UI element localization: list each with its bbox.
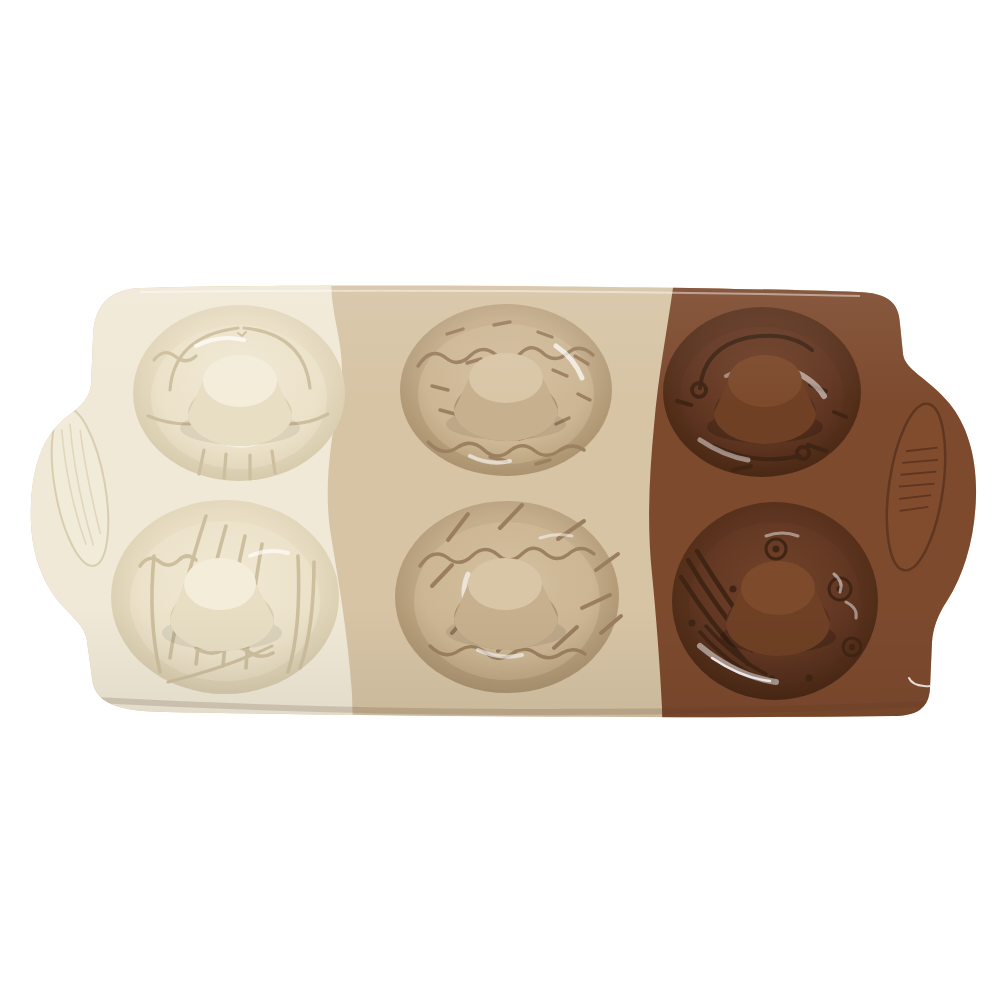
lighting-sheen (0, 260, 1000, 740)
donut-mold-illustration (0, 0, 1000, 1000)
product-photo (0, 0, 1000, 1000)
donut-mold-tray (0, 255, 1000, 765)
